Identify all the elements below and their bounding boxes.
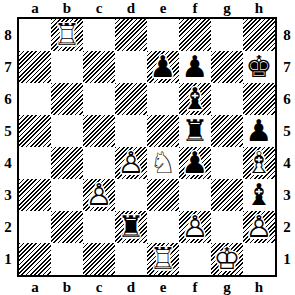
- black-rook-icon: ♜: [182, 116, 209, 146]
- file-label-f: f: [179, 279, 211, 295]
- square-b1[interactable]: [51, 243, 83, 275]
- square-h5[interactable]: ♟♟: [243, 115, 275, 147]
- square-f3[interactable]: [179, 179, 211, 211]
- square-e6[interactable]: [147, 83, 179, 115]
- file-label-c: c: [83, 279, 115, 295]
- rank-label-7: 7: [0, 51, 16, 83]
- piece-black-pawn[interactable]: ♟♟: [243, 115, 275, 147]
- file-label-g: g: [211, 0, 243, 16]
- piece-black-bishop[interactable]: ♝♝: [243, 179, 275, 211]
- rank-labels-left: 87654321: [0, 19, 16, 275]
- square-a7[interactable]: [19, 51, 51, 83]
- white-bishop-icon: ♗: [246, 148, 273, 178]
- piece-white-rook[interactable]: ♜♖: [147, 243, 179, 275]
- square-f2[interactable]: ♟♙: [179, 211, 211, 243]
- square-f6[interactable]: ♝♝: [179, 83, 211, 115]
- square-g3[interactable]: [211, 179, 243, 211]
- square-b4[interactable]: [51, 147, 83, 179]
- square-g7[interactable]: [211, 51, 243, 83]
- file-label-d: d: [115, 279, 147, 295]
- file-label-c: c: [83, 0, 115, 16]
- white-pawn-icon: ♙: [118, 148, 145, 178]
- file-label-f: f: [179, 0, 211, 16]
- square-d4[interactable]: ♟♙: [115, 147, 147, 179]
- square-d3[interactable]: [115, 179, 147, 211]
- square-h7[interactable]: ♚♚: [243, 51, 275, 83]
- piece-black-bishop[interactable]: ♝♝: [179, 83, 211, 115]
- rank-label-3: 3: [279, 179, 295, 211]
- square-h6[interactable]: [243, 83, 275, 115]
- square-g4[interactable]: [211, 147, 243, 179]
- white-pawn-icon: ♙: [86, 180, 113, 210]
- rank-label-3: 3: [0, 179, 16, 211]
- square-b7[interactable]: [51, 51, 83, 83]
- square-a2[interactable]: [19, 211, 51, 243]
- rank-label-2: 2: [279, 211, 295, 243]
- file-label-a: a: [19, 0, 51, 16]
- black-rook-icon: ♜: [118, 212, 145, 242]
- square-b6[interactable]: [51, 83, 83, 115]
- rank-label-4: 4: [279, 147, 295, 179]
- black-bishop-icon: ♝: [246, 180, 273, 210]
- square-g2[interactable]: [211, 211, 243, 243]
- square-a3[interactable]: [19, 179, 51, 211]
- square-e5[interactable]: [147, 115, 179, 147]
- square-d2[interactable]: ♜♜: [115, 211, 147, 243]
- square-c2[interactable]: [83, 211, 115, 243]
- piece-black-pawn[interactable]: ♟♟: [147, 51, 179, 83]
- square-h1[interactable]: [243, 243, 275, 275]
- piece-black-rook[interactable]: ♜♜: [115, 211, 147, 243]
- white-pawn-icon: ♙: [182, 212, 209, 242]
- piece-black-king[interactable]: ♚♚: [243, 51, 275, 83]
- black-king-icon: ♚: [246, 52, 273, 82]
- square-f4[interactable]: ♟♟: [179, 147, 211, 179]
- black-pawn-icon: ♟: [182, 148, 209, 178]
- square-e8[interactable]: [147, 19, 179, 51]
- chess-board: ♜♖♟♟♟♟♚♚♝♝♜♜♟♟♟♙♞♘♟♟♝♗♟♙♝♝♜♜♟♙♟♙♜♖♚♔: [17, 17, 277, 277]
- square-c4[interactable]: [83, 147, 115, 179]
- square-e2[interactable]: [147, 211, 179, 243]
- square-h3[interactable]: ♝♝: [243, 179, 275, 211]
- chess-diagram: abcdefgh abcdefgh 87654321 87654321 ♜♖♟♟…: [0, 0, 295, 295]
- piece-black-rook[interactable]: ♜♜: [179, 115, 211, 147]
- file-label-a: a: [19, 279, 51, 295]
- rank-label-1: 1: [279, 243, 295, 275]
- square-e4[interactable]: ♞♘: [147, 147, 179, 179]
- file-labels-top: abcdefgh: [19, 0, 275, 16]
- square-a1[interactable]: [19, 243, 51, 275]
- rank-label-4: 4: [0, 147, 16, 179]
- rank-label-6: 6: [279, 83, 295, 115]
- square-c3[interactable]: ♟♙: [83, 179, 115, 211]
- white-knight-icon: ♘: [150, 148, 177, 178]
- black-bishop-icon: ♝: [182, 84, 209, 114]
- black-pawn-icon: ♟: [150, 52, 177, 82]
- square-f1[interactable]: [179, 243, 211, 275]
- piece-white-king[interactable]: ♚♔: [211, 243, 243, 275]
- square-g8[interactable]: [211, 19, 243, 51]
- square-f7[interactable]: ♟♟: [179, 51, 211, 83]
- white-rook-icon: ♖: [54, 20, 81, 50]
- file-label-e: e: [147, 0, 179, 16]
- square-g1[interactable]: ♚♔: [211, 243, 243, 275]
- piece-white-rook[interactable]: ♜♖: [51, 19, 83, 51]
- piece-white-pawn[interactable]: ♟♙: [115, 147, 147, 179]
- square-c8[interactable]: [83, 19, 115, 51]
- square-e3[interactable]: [147, 179, 179, 211]
- piece-white-bishop[interactable]: ♝♗: [243, 147, 275, 179]
- rank-label-5: 5: [0, 115, 16, 147]
- square-f8[interactable]: [179, 19, 211, 51]
- rank-labels-right: 87654321: [279, 19, 295, 275]
- rank-label-8: 8: [0, 19, 16, 51]
- file-label-g: g: [211, 279, 243, 295]
- square-c7[interactable]: [83, 51, 115, 83]
- piece-black-pawn[interactable]: ♟♟: [179, 147, 211, 179]
- square-b5[interactable]: [51, 115, 83, 147]
- file-label-h: h: [243, 279, 275, 295]
- square-d7[interactable]: [115, 51, 147, 83]
- square-a5[interactable]: [19, 115, 51, 147]
- rank-label-2: 2: [0, 211, 16, 243]
- square-h4[interactable]: ♝♗: [243, 147, 275, 179]
- square-a4[interactable]: [19, 147, 51, 179]
- square-a8[interactable]: [19, 19, 51, 51]
- white-rook-icon: ♖: [150, 244, 177, 274]
- black-pawn-icon: ♟: [182, 52, 209, 82]
- square-b2[interactable]: [51, 211, 83, 243]
- square-a6[interactable]: [19, 83, 51, 115]
- rank-label-6: 6: [0, 83, 16, 115]
- square-f5[interactable]: ♜♜: [179, 115, 211, 147]
- square-d5[interactable]: [115, 115, 147, 147]
- white-pawn-icon: ♙: [246, 212, 273, 242]
- square-b3[interactable]: [51, 179, 83, 211]
- square-h8[interactable]: [243, 19, 275, 51]
- square-g5[interactable]: [211, 115, 243, 147]
- square-c5[interactable]: [83, 115, 115, 147]
- rank-label-7: 7: [279, 51, 295, 83]
- piece-white-pawn[interactable]: ♟♙: [83, 179, 115, 211]
- file-label-d: d: [115, 0, 147, 16]
- square-e7[interactable]: ♟♟: [147, 51, 179, 83]
- file-label-b: b: [51, 0, 83, 16]
- rank-label-1: 1: [0, 243, 16, 275]
- file-label-b: b: [51, 279, 83, 295]
- rank-label-8: 8: [279, 19, 295, 51]
- square-g6[interactable]: [211, 83, 243, 115]
- square-e1[interactable]: ♜♖: [147, 243, 179, 275]
- piece-white-pawn[interactable]: ♟♙: [243, 211, 275, 243]
- piece-white-knight[interactable]: ♞♘: [147, 147, 179, 179]
- square-h2[interactable]: ♟♙: [243, 211, 275, 243]
- file-labels-bottom: abcdefgh: [19, 279, 275, 295]
- file-label-h: h: [243, 0, 275, 16]
- piece-white-pawn[interactable]: ♟♙: [179, 211, 211, 243]
- rank-label-5: 5: [279, 115, 295, 147]
- square-c6[interactable]: [83, 83, 115, 115]
- file-label-e: e: [147, 279, 179, 295]
- square-d6[interactable]: [115, 83, 147, 115]
- square-d1[interactable]: [115, 243, 147, 275]
- square-b8[interactable]: ♜♖: [51, 19, 83, 51]
- black-pawn-icon: ♟: [246, 116, 273, 146]
- white-king-icon: ♔: [214, 244, 241, 274]
- square-d8[interactable]: [115, 19, 147, 51]
- piece-black-pawn[interactable]: ♟♟: [179, 51, 211, 83]
- square-c1[interactable]: [83, 243, 115, 275]
